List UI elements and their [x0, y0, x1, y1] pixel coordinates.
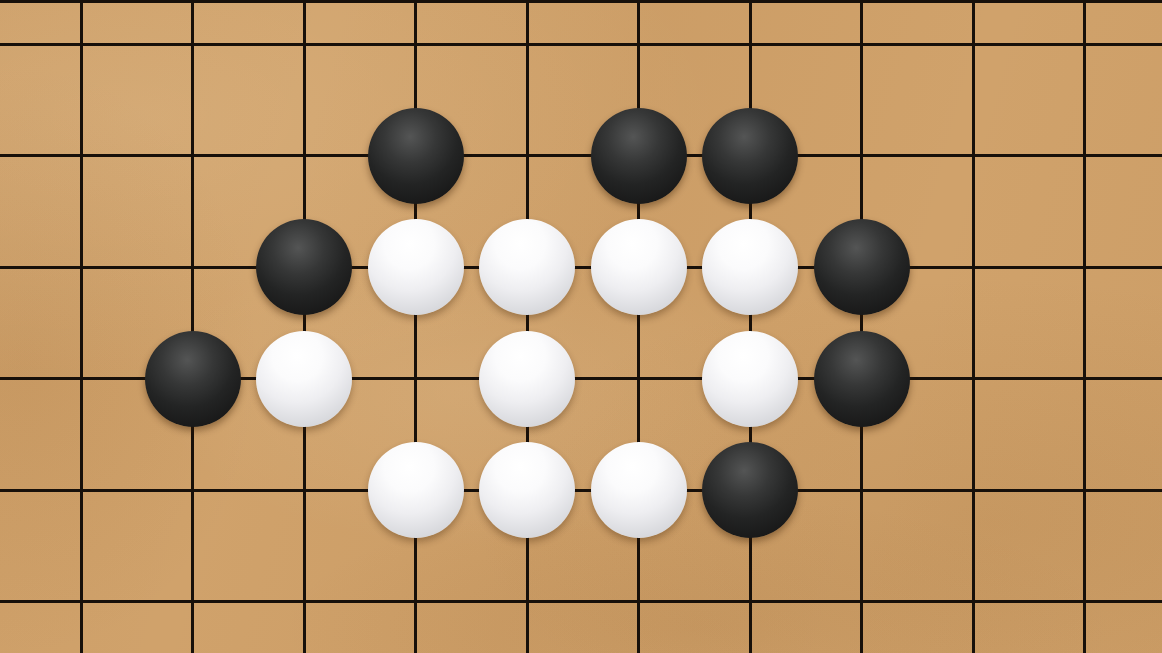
intersection-col9-row6[interactable]	[917, 546, 1029, 653]
intersection-col5-row4[interactable]	[471, 323, 583, 435]
intersection-col5-row3[interactable]	[471, 211, 583, 323]
intersection-col4-row3[interactable]	[360, 211, 472, 323]
intersection-col7-row1[interactable]	[694, 0, 806, 100]
black-stone-col8-row4[interactable]	[814, 331, 910, 427]
board-grid	[25, 0, 1140, 653]
white-stone-col7-row3[interactable]	[702, 219, 798, 315]
white-stone-col4-row5[interactable]	[368, 442, 464, 538]
intersection-col1-row2[interactable]	[25, 100, 137, 212]
intersection-col3-row6[interactable]	[248, 546, 360, 653]
intersection-col4-row2[interactable]	[360, 100, 472, 212]
intersection-col10-row2[interactable]	[1029, 100, 1141, 212]
intersection-col2-row4[interactable]	[137, 323, 249, 435]
black-stone-col3-row3[interactable]	[256, 219, 352, 315]
intersection-col5-row2[interactable]	[471, 100, 583, 212]
intersection-col10-row1[interactable]	[1029, 0, 1141, 100]
intersection-col9-row1[interactable]	[917, 0, 1029, 100]
white-stone-col5-row4[interactable]	[479, 331, 575, 427]
intersection-col8-row4[interactable]	[806, 323, 918, 435]
intersection-col8-row5[interactable]	[806, 434, 918, 546]
intersection-col5-row1[interactable]	[471, 0, 583, 100]
screenshot-root	[0, 0, 1162, 653]
white-stone-col6-row3[interactable]	[591, 219, 687, 315]
intersection-col2-row5[interactable]	[137, 434, 249, 546]
white-stone-col6-row5[interactable]	[591, 442, 687, 538]
black-stone-col6-row2[interactable]	[591, 108, 687, 204]
intersection-col8-row1[interactable]	[806, 0, 918, 100]
intersection-col1-row5[interactable]	[25, 434, 137, 546]
intersection-col10-row6[interactable]	[1029, 546, 1141, 653]
intersection-col2-row3[interactable]	[137, 211, 249, 323]
white-stone-col4-row3[interactable]	[368, 219, 464, 315]
intersection-col1-row4[interactable]	[25, 323, 137, 435]
intersection-col6-row6[interactable]	[583, 546, 695, 653]
black-stone-col2-row4[interactable]	[145, 331, 241, 427]
intersection-col8-row2[interactable]	[806, 100, 918, 212]
intersection-col9-row3[interactable]	[917, 211, 1029, 323]
intersection-col7-row4[interactable]	[694, 323, 806, 435]
white-stone-col5-row3[interactable]	[479, 219, 575, 315]
intersection-col5-row6[interactable]	[471, 546, 583, 653]
intersection-col3-row4[interactable]	[248, 323, 360, 435]
intersection-col4-row4[interactable]	[360, 323, 472, 435]
intersection-col9-row4[interactable]	[917, 323, 1029, 435]
intersection-col5-row5[interactable]	[471, 434, 583, 546]
intersection-col6-row2[interactable]	[583, 100, 695, 212]
intersection-col1-row3[interactable]	[25, 211, 137, 323]
white-stone-col3-row4[interactable]	[256, 331, 352, 427]
intersection-col1-row1[interactable]	[25, 0, 137, 100]
black-stone-col8-row3[interactable]	[814, 219, 910, 315]
white-stone-col5-row5[interactable]	[479, 442, 575, 538]
intersection-col10-row4[interactable]	[1029, 323, 1141, 435]
intersection-col9-row5[interactable]	[917, 434, 1029, 546]
intersection-col10-row3[interactable]	[1029, 211, 1141, 323]
intersection-col3-row2[interactable]	[248, 100, 360, 212]
intersection-col10-row5[interactable]	[1029, 434, 1141, 546]
black-stone-col4-row2[interactable]	[368, 108, 464, 204]
intersection-col4-row5[interactable]	[360, 434, 472, 546]
intersection-col7-row5[interactable]	[694, 434, 806, 546]
intersection-col6-row1[interactable]	[583, 0, 695, 100]
go-board	[0, 0, 1162, 653]
intersection-col4-row1[interactable]	[360, 0, 472, 100]
intersection-col7-row6[interactable]	[694, 546, 806, 653]
intersection-col3-row3[interactable]	[248, 211, 360, 323]
intersection-col3-row5[interactable]	[248, 434, 360, 546]
intersection-col4-row6[interactable]	[360, 546, 472, 653]
intersection-col8-row3[interactable]	[806, 211, 918, 323]
intersection-col6-row5[interactable]	[583, 434, 695, 546]
intersection-col2-row6[interactable]	[137, 546, 249, 653]
black-stone-col7-row5[interactable]	[702, 442, 798, 538]
intersection-col8-row6[interactable]	[806, 546, 918, 653]
intersection-col7-row3[interactable]	[694, 211, 806, 323]
intersection-col2-row2[interactable]	[137, 100, 249, 212]
intersection-col6-row4[interactable]	[583, 323, 695, 435]
intersection-col1-row6[interactable]	[25, 546, 137, 653]
intersection-col3-row1[interactable]	[248, 0, 360, 100]
intersection-col9-row2[interactable]	[917, 100, 1029, 212]
intersection-col2-row1[interactable]	[137, 0, 249, 100]
white-stone-col7-row4[interactable]	[702, 331, 798, 427]
intersection-col7-row2[interactable]	[694, 100, 806, 212]
intersection-col6-row3[interactable]	[583, 211, 695, 323]
black-stone-col7-row2[interactable]	[702, 108, 798, 204]
